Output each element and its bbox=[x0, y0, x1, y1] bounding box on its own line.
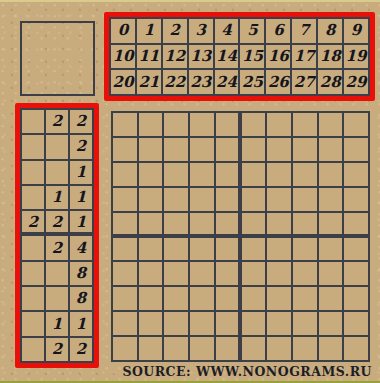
row-clue-cell-r5c1: 2 bbox=[22, 211, 44, 234]
top-index-cell-r2c9: 18 bbox=[318, 45, 342, 69]
grid-cell-r6c5[interactable] bbox=[216, 237, 240, 260]
grid-cell-r3c8[interactable] bbox=[293, 163, 317, 186]
top-index-cell-r3c2: 21 bbox=[137, 70, 161, 94]
grid-cell-r9c7[interactable] bbox=[267, 312, 291, 335]
row-clue-cell-r9c1 bbox=[22, 312, 44, 335]
thick-separator-row5 bbox=[111, 234, 370, 238]
grid-cell-r4c3[interactable] bbox=[164, 188, 188, 211]
grid-cell-r1c4[interactable] bbox=[190, 113, 214, 136]
row-clue-cell-r2c2 bbox=[46, 135, 68, 158]
row-clue-cell-r3c1 bbox=[22, 161, 44, 184]
highlight-frame-left-clues: 22211122124881122 bbox=[15, 103, 99, 368]
grid-cell-r5c10[interactable] bbox=[344, 213, 368, 236]
grid-cell-r8c6[interactable] bbox=[242, 287, 266, 310]
row-clue-cell-r1c2: 2 bbox=[46, 110, 68, 133]
grid-cell-r6c8[interactable] bbox=[293, 237, 317, 260]
row-clue-cell-r4c3: 1 bbox=[70, 186, 92, 209]
grid-cell-r10c3[interactable] bbox=[164, 337, 188, 360]
top-index-grid: 0123456789101112131415161718192021222324… bbox=[109, 17, 370, 96]
nonogram-board: 0123456789101112131415161718192021222324… bbox=[0, 0, 380, 383]
grid-cell-r1c5[interactable] bbox=[216, 113, 240, 136]
grid-cell-r3c2[interactable] bbox=[139, 163, 163, 186]
row-clue-cell-r9c3: 1 bbox=[70, 312, 92, 335]
grid-cell-r3c1[interactable] bbox=[113, 163, 137, 186]
grid-cell-r10c1[interactable] bbox=[113, 337, 137, 360]
grid-cell-r8c10[interactable] bbox=[344, 287, 368, 310]
top-index-cell-r3c8: 27 bbox=[292, 70, 316, 94]
row-clue-cell-r7c2 bbox=[46, 262, 68, 285]
grid-cell-r5c2[interactable] bbox=[139, 213, 163, 236]
top-index-cell-r2c1: 10 bbox=[111, 45, 135, 69]
grid-cell-r8c5[interactable] bbox=[216, 287, 240, 310]
grid-cell-r2c5[interactable] bbox=[216, 138, 240, 161]
grid-cell-r6c9[interactable] bbox=[319, 237, 343, 260]
top-index-cell-r2c4: 13 bbox=[189, 45, 213, 69]
top-index-cell-r3c10: 29 bbox=[344, 70, 368, 94]
row-clue-cell-r8c2 bbox=[46, 287, 68, 310]
grid-cell-r2c2[interactable] bbox=[139, 138, 163, 161]
grid-cell-r4c10[interactable] bbox=[344, 188, 368, 211]
grid-cell-r5c6[interactable] bbox=[242, 213, 266, 236]
grid-cell-r9c1[interactable] bbox=[113, 312, 137, 335]
row-clue-cell-r6c3: 4 bbox=[70, 236, 92, 259]
grid-cell-r8c2[interactable] bbox=[139, 287, 163, 310]
grid-cell-r2c6[interactable] bbox=[242, 138, 266, 161]
grid-cell-r3c4[interactable] bbox=[190, 163, 214, 186]
top-index-cell-r2c6: 15 bbox=[240, 45, 264, 69]
row-clue-cell-r8c3: 8 bbox=[70, 287, 92, 310]
row-clue-cell-r1c1 bbox=[22, 110, 44, 133]
top-index-cell-r3c6: 25 bbox=[240, 70, 264, 94]
grid-cell-r9c8[interactable] bbox=[293, 312, 317, 335]
grid-cell-r7c4[interactable] bbox=[190, 262, 214, 285]
top-index-cell-r2c5: 14 bbox=[215, 45, 239, 69]
top-index-cell-r1c9: 8 bbox=[318, 19, 342, 43]
grid-cell-r2c4[interactable] bbox=[190, 138, 214, 161]
grid-cell-r9c6[interactable] bbox=[242, 312, 266, 335]
row-clue-cell-r2c3: 2 bbox=[70, 135, 92, 158]
grid-cell-r1c3[interactable] bbox=[164, 113, 188, 136]
grid-cell-r3c9[interactable] bbox=[319, 163, 343, 186]
grid-cell-r3c5[interactable] bbox=[216, 163, 240, 186]
grid-cell-r4c6[interactable] bbox=[242, 188, 266, 211]
grid-cell-r7c2[interactable] bbox=[139, 262, 163, 285]
grid-cell-r8c9[interactable] bbox=[319, 287, 343, 310]
grid-cell-r5c7[interactable] bbox=[267, 213, 291, 236]
grid-cell-r1c10[interactable] bbox=[344, 113, 368, 136]
top-index-cell-r1c10: 9 bbox=[344, 19, 368, 43]
corner-box bbox=[20, 21, 95, 96]
grid-cell-r10c7[interactable] bbox=[267, 337, 291, 360]
row-clue-cell-r3c2 bbox=[46, 161, 68, 184]
grid-cell-r4c4[interactable] bbox=[190, 188, 214, 211]
grid-cell-r2c3[interactable] bbox=[164, 138, 188, 161]
top-index-cell-r1c1: 0 bbox=[111, 19, 135, 43]
grid-cell-r6c10[interactable] bbox=[344, 237, 368, 260]
grid-cell-r1c6[interactable] bbox=[242, 113, 266, 136]
grid-cell-r7c8[interactable] bbox=[293, 262, 317, 285]
row-clue-cell-r8c1 bbox=[22, 287, 44, 310]
grid-cell-r2c10[interactable] bbox=[344, 138, 368, 161]
grid-cell-r4c8[interactable] bbox=[293, 188, 317, 211]
row-clue-cell-r10c1 bbox=[22, 338, 44, 361]
grid-cell-r5c9[interactable] bbox=[319, 213, 343, 236]
row-clue-cell-r10c2: 2 bbox=[46, 338, 68, 361]
top-index-cell-r3c1: 20 bbox=[111, 70, 135, 94]
highlight-frame-top-clues: 0123456789101112131415161718192021222324… bbox=[104, 12, 375, 101]
grid-cell-r2c7[interactable] bbox=[267, 138, 291, 161]
grid-cell-r2c1[interactable] bbox=[113, 138, 137, 161]
grid-cell-r6c1[interactable] bbox=[113, 237, 137, 260]
top-index-cell-r1c2: 1 bbox=[137, 19, 161, 43]
grid-cell-r6c3[interactable] bbox=[164, 237, 188, 260]
top-index-cell-r3c7: 26 bbox=[266, 70, 290, 94]
grid-cell-r5c4[interactable] bbox=[190, 213, 214, 236]
top-index-cell-r3c5: 24 bbox=[215, 70, 239, 94]
top-index-cell-r2c3: 12 bbox=[163, 45, 187, 69]
grid-cell-r7c9[interactable] bbox=[319, 262, 343, 285]
grid-cell-r2c9[interactable] bbox=[319, 138, 343, 161]
grid-cell-r1c8[interactable] bbox=[293, 113, 317, 136]
grid-cell-r4c2[interactable] bbox=[139, 188, 163, 211]
grid-cell-r8c3[interactable] bbox=[164, 287, 188, 310]
grid-cell-r6c6[interactable] bbox=[242, 237, 266, 260]
grid-cell-r5c5[interactable] bbox=[216, 213, 240, 236]
grid-cell-r9c10[interactable] bbox=[344, 312, 368, 335]
row-clue-cell-r3c3: 1 bbox=[70, 161, 92, 184]
grid-cell-r9c4[interactable] bbox=[190, 312, 214, 335]
grid-cell-r7c1[interactable] bbox=[113, 262, 137, 285]
row-clue-cell-r9c2: 1 bbox=[46, 312, 68, 335]
grid-cell-r7c3[interactable] bbox=[164, 262, 188, 285]
grid-cell-r10c4[interactable] bbox=[190, 337, 214, 360]
row-clue-cell-r1c3: 2 bbox=[70, 110, 92, 133]
grid-cell-r8c1[interactable] bbox=[113, 287, 137, 310]
grid-cell-r10c5[interactable] bbox=[216, 337, 240, 360]
grid-cell-r3c10[interactable] bbox=[344, 163, 368, 186]
grid-cell-r1c2[interactable] bbox=[139, 113, 163, 136]
grid-cell-r8c7[interactable] bbox=[267, 287, 291, 310]
grid-cell-r1c9[interactable] bbox=[319, 113, 343, 136]
grid-cell-r4c5[interactable] bbox=[216, 188, 240, 211]
grid-cell-r10c2[interactable] bbox=[139, 337, 163, 360]
grid-cell-r6c7[interactable] bbox=[267, 237, 291, 260]
row-clue-cell-r6c1 bbox=[22, 236, 44, 259]
row-clue-cell-r10c3: 2 bbox=[70, 338, 92, 361]
grid-cell-r10c9[interactable] bbox=[319, 337, 343, 360]
grid-cell-r8c8[interactable] bbox=[293, 287, 317, 310]
thick-separator-row5-left bbox=[20, 232, 94, 236]
grid-cell-r7c5[interactable] bbox=[216, 262, 240, 285]
grid-cell-r8c4[interactable] bbox=[190, 287, 214, 310]
grid-cell-r9c2[interactable] bbox=[139, 312, 163, 335]
top-index-cell-r3c4: 23 bbox=[189, 70, 213, 94]
grid-cell-r10c8[interactable] bbox=[293, 337, 317, 360]
grid-cell-r7c10[interactable] bbox=[344, 262, 368, 285]
grid-cell-r1c7[interactable] bbox=[267, 113, 291, 136]
row-clue-cell-r5c3: 1 bbox=[70, 211, 92, 234]
top-index-cell-r3c9: 28 bbox=[318, 70, 342, 94]
grid-cell-r1c1[interactable] bbox=[113, 113, 137, 136]
top-index-cell-r2c7: 16 bbox=[266, 45, 290, 69]
grid-cell-r6c4[interactable] bbox=[190, 237, 214, 260]
top-index-cell-r3c3: 22 bbox=[163, 70, 187, 94]
top-index-cell-r1c7: 6 bbox=[266, 19, 290, 43]
top-index-cell-r1c5: 4 bbox=[215, 19, 239, 43]
source-text: SOURCE: WWW.NONOGRAMS.RU bbox=[122, 364, 372, 379]
row-clue-cell-r2c1 bbox=[22, 135, 44, 158]
grid-cell-r9c9[interactable] bbox=[319, 312, 343, 335]
row-clue-cell-r7c1 bbox=[22, 262, 44, 285]
top-index-cell-r2c2: 11 bbox=[137, 45, 161, 69]
grid-cell-r4c7[interactable] bbox=[267, 188, 291, 211]
top-index-cell-r1c8: 7 bbox=[292, 19, 316, 43]
grid-cell-r3c6[interactable] bbox=[242, 163, 266, 186]
top-index-cell-r2c8: 17 bbox=[292, 45, 316, 69]
row-clue-cell-r5c2: 2 bbox=[46, 211, 68, 234]
row-clue-cell-r6c2: 2 bbox=[46, 236, 68, 259]
grid-cell-r9c3[interactable] bbox=[164, 312, 188, 335]
grid-cell-r5c1[interactable] bbox=[113, 213, 137, 236]
grid-cell-r10c10[interactable] bbox=[344, 337, 368, 360]
grid-cell-r7c7[interactable] bbox=[267, 262, 291, 285]
top-index-cell-r1c4: 3 bbox=[189, 19, 213, 43]
grid-cell-r4c9[interactable] bbox=[319, 188, 343, 211]
grid-cell-r5c8[interactable] bbox=[293, 213, 317, 236]
row-clue-cell-r7c3: 8 bbox=[70, 262, 92, 285]
row-clue-cell-r4c2: 1 bbox=[46, 186, 68, 209]
top-index-cell-r1c6: 5 bbox=[240, 19, 264, 43]
grid-cell-r4c1[interactable] bbox=[113, 188, 137, 211]
grid-cell-r7c6[interactable] bbox=[242, 262, 266, 285]
top-index-cell-r2c10: 19 bbox=[344, 45, 368, 69]
grid-cell-r10c6[interactable] bbox=[242, 337, 266, 360]
grid-cell-r2c8[interactable] bbox=[293, 138, 317, 161]
row-clue-cell-r4c1 bbox=[22, 186, 44, 209]
grid-cell-r3c7[interactable] bbox=[267, 163, 291, 186]
grid-cell-r5c3[interactable] bbox=[164, 213, 188, 236]
grid-cell-r6c2[interactable] bbox=[139, 237, 163, 260]
top-index-cell-r1c3: 2 bbox=[163, 19, 187, 43]
grid-cell-r3c3[interactable] bbox=[164, 163, 188, 186]
grid-cell-r9c5[interactable] bbox=[216, 312, 240, 335]
